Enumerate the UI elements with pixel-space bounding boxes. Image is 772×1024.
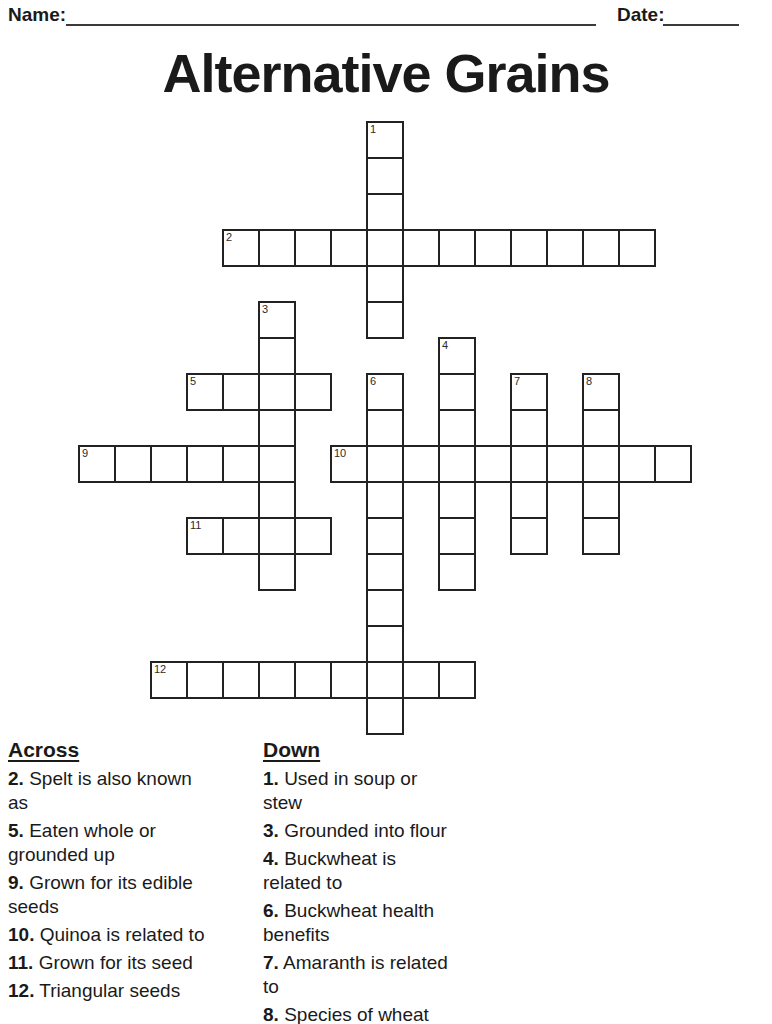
clue-item: 4. Buckwheat is related to <box>263 847 502 895</box>
grid-cell[interactable] <box>186 445 224 483</box>
clues-section: Across 2. Spelt is also known as5. Eaten… <box>8 737 568 1024</box>
grid-cell[interactable] <box>510 409 548 447</box>
grid-cell[interactable]: 10 <box>330 445 368 483</box>
crossword-grid: 123456789101112 <box>78 121 692 735</box>
clue-text: Grounded into flour <box>279 820 447 841</box>
clue-item: 10. Quinoa is related to <box>8 923 247 947</box>
clue-text: Buckwheat health benefits <box>263 900 434 945</box>
across-clue-list: 2. Spelt is also known as5. Eaten whole … <box>8 767 247 1003</box>
down-header: Down <box>263 737 502 762</box>
grid-cell[interactable] <box>402 661 440 699</box>
grid-cell[interactable] <box>510 229 548 267</box>
grid-cell[interactable] <box>294 517 332 555</box>
grid-cell[interactable] <box>294 661 332 699</box>
clue-item: 9. Grown for its edible seeds <box>8 871 247 919</box>
grid-cell[interactable] <box>222 661 260 699</box>
grid-cell[interactable] <box>366 445 404 483</box>
clue-number: 6. <box>263 900 279 921</box>
clue-text: Grown for its edible seeds <box>8 872 193 917</box>
grid-cell[interactable] <box>438 229 476 267</box>
grid-cell[interactable]: 3 <box>258 301 296 339</box>
grid-cell[interactable] <box>438 481 476 519</box>
cell-number: 7 <box>514 375 520 388</box>
grid-cell[interactable]: 11 <box>186 517 224 555</box>
grid-cell[interactable] <box>510 445 548 483</box>
cell-number: 4 <box>442 339 448 352</box>
grid-cell[interactable] <box>222 517 260 555</box>
grid-cell[interactable] <box>438 445 476 483</box>
grid-cell[interactable] <box>150 445 188 483</box>
name-blank-line[interactable] <box>66 5 596 26</box>
grid-cell[interactable] <box>546 445 584 483</box>
worksheet-page: Name: Date: Alternative Grains 123456789… <box>0 0 772 1024</box>
grid-cell[interactable] <box>258 553 296 591</box>
grid-cell[interactable] <box>402 229 440 267</box>
grid-cell[interactable]: 9 <box>78 445 116 483</box>
cell-number: 2 <box>226 231 232 244</box>
cell-number: 6 <box>370 375 376 388</box>
grid-cell[interactable] <box>510 481 548 519</box>
grid-cell[interactable] <box>258 229 296 267</box>
grid-cell[interactable] <box>366 157 404 195</box>
cell-number: 8 <box>586 375 592 388</box>
cell-number: 5 <box>190 375 196 388</box>
grid-cell[interactable] <box>402 445 440 483</box>
clue-text: Spelt is also known as <box>8 768 192 813</box>
grid-cell[interactable] <box>114 445 152 483</box>
clue-item: 5. Eaten whole or grounded up <box>8 819 247 867</box>
puzzle-title: Alternative Grains <box>0 42 772 104</box>
grid-cell[interactable] <box>438 517 476 555</box>
grid-cell[interactable] <box>438 553 476 591</box>
grid-cell[interactable] <box>438 373 476 411</box>
grid-cell[interactable]: 6 <box>366 373 404 411</box>
grid-cell[interactable] <box>366 517 404 555</box>
clue-number: 10. <box>8 924 34 945</box>
down-clues: Down 1. Used in soup or stew3. Grounded … <box>263 737 502 1024</box>
grid-cell[interactable] <box>366 409 404 447</box>
grid-cell[interactable]: 7 <box>510 373 548 411</box>
grid-cell[interactable] <box>366 301 404 339</box>
grid-cell[interactable] <box>654 445 692 483</box>
grid-cell[interactable]: 4 <box>438 337 476 375</box>
grid-cell[interactable]: 1 <box>366 121 404 159</box>
grid-cell[interactable] <box>438 409 476 447</box>
grid-cell[interactable] <box>582 517 620 555</box>
grid-cell[interactable] <box>258 445 296 483</box>
clue-text: Grown for its seed <box>33 952 192 973</box>
grid-cell[interactable] <box>366 553 404 591</box>
across-header: Across <box>8 737 247 762</box>
clue-text: Buckwheat is related to <box>263 848 396 893</box>
clue-text: Used in soup or stew <box>263 768 417 813</box>
grid-cell[interactable] <box>582 229 620 267</box>
cell-number: 9 <box>82 447 88 460</box>
down-clue-list: 1. Used in soup or stew3. Grounded into … <box>263 767 502 1024</box>
grid-cell[interactable] <box>582 445 620 483</box>
clue-number: 5. <box>8 820 24 841</box>
grid-cell[interactable] <box>258 373 296 411</box>
grid-cell[interactable] <box>258 661 296 699</box>
grid-cell[interactable] <box>258 481 296 519</box>
grid-cell[interactable] <box>294 373 332 411</box>
grid-cell[interactable] <box>582 409 620 447</box>
cell-number: 10 <box>334 447 346 460</box>
grid-cell[interactable] <box>510 517 548 555</box>
clue-text: Eaten whole or grounded up <box>8 820 156 865</box>
clue-text: Species of wheat <box>279 1004 429 1024</box>
date-blank-line[interactable] <box>663 5 739 26</box>
clue-item: 7. Amaranth is related to <box>263 951 502 999</box>
clue-number: 2. <box>8 768 24 789</box>
grid-cell[interactable] <box>258 337 296 375</box>
grid-cell[interactable] <box>366 697 404 735</box>
grid-cell[interactable] <box>366 625 404 663</box>
grid-cell[interactable] <box>366 589 404 627</box>
grid-cell[interactable] <box>438 661 476 699</box>
clue-item: 3. Grounded into flour <box>263 819 502 843</box>
grid-cell[interactable]: 5 <box>186 373 224 411</box>
grid-cell[interactable] <box>330 661 368 699</box>
clue-text: Amaranth is related to <box>263 952 448 997</box>
grid-cell[interactable] <box>294 229 332 267</box>
grid-cell[interactable] <box>222 445 260 483</box>
clue-item: 1. Used in soup or stew <box>263 767 502 815</box>
clue-item: 11. Grown for its seed <box>8 951 247 975</box>
grid-cell[interactable] <box>582 481 620 519</box>
clue-number: 3. <box>263 820 279 841</box>
across-clues: Across 2. Spelt is also known as5. Eaten… <box>8 737 247 1007</box>
clue-number: 1. <box>263 768 279 789</box>
grid-cell[interactable] <box>258 409 296 447</box>
clue-number: 12. <box>8 980 34 1001</box>
clue-number: 11. <box>8 952 33 973</box>
grid-cell[interactable] <box>546 229 584 267</box>
cell-number: 3 <box>262 303 268 316</box>
clue-item: 8. Species of wheat <box>263 1003 502 1024</box>
grid-cell[interactable]: 8 <box>582 373 620 411</box>
grid-cell[interactable] <box>366 481 404 519</box>
cell-number: 1 <box>370 123 376 136</box>
grid-cell[interactable]: 12 <box>150 661 188 699</box>
clue-item: 6. Buckwheat health benefits <box>263 899 502 947</box>
clue-text: Quinoa is related to <box>34 924 204 945</box>
cell-number: 12 <box>154 663 166 676</box>
grid-cell[interactable] <box>618 229 656 267</box>
date-label: Date: <box>617 4 665 26</box>
clue-item: 2. Spelt is also known as <box>8 767 247 815</box>
grid-cell[interactable] <box>366 661 404 699</box>
grid-cell[interactable] <box>186 661 224 699</box>
grid-cell[interactable] <box>258 517 296 555</box>
grid-cell[interactable] <box>366 229 404 267</box>
grid-cell[interactable] <box>366 265 404 303</box>
grid-cell[interactable] <box>474 229 512 267</box>
grid-cell[interactable] <box>222 373 260 411</box>
clue-text: Triangular seeds <box>34 980 180 1001</box>
grid-cell[interactable] <box>330 229 368 267</box>
grid-cell[interactable] <box>366 193 404 231</box>
grid-cell[interactable] <box>474 445 512 483</box>
cell-number: 11 <box>190 519 201 532</box>
clue-number: 4. <box>263 848 279 869</box>
grid-cell[interactable] <box>618 445 656 483</box>
grid-cell[interactable]: 2 <box>222 229 260 267</box>
name-label: Name: <box>8 4 66 26</box>
clue-number: 8. <box>263 1004 279 1024</box>
clue-item: 12. Triangular seeds <box>8 979 247 1003</box>
clue-number: 7. <box>263 952 279 973</box>
clue-number: 9. <box>8 872 24 893</box>
